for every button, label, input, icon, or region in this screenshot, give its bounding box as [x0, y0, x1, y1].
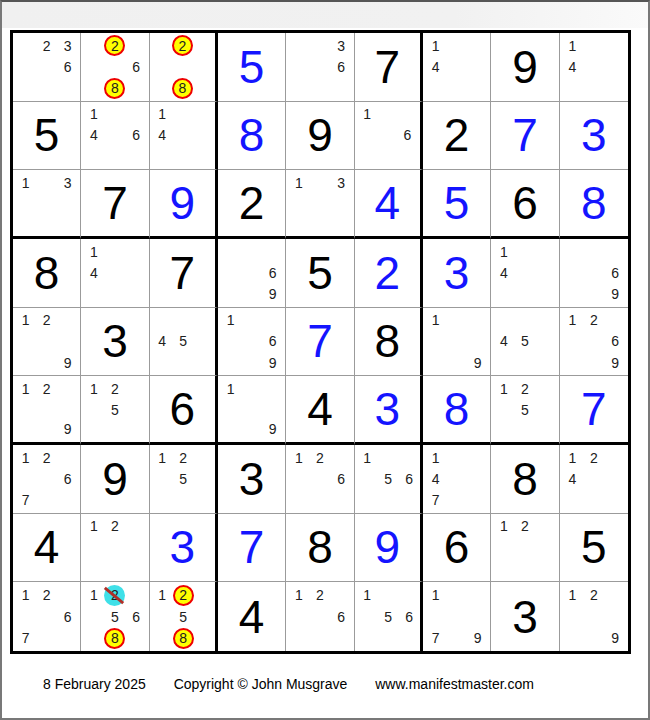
window-top-bar: [2, 2, 648, 28]
candidate-3: 3: [331, 35, 352, 56]
cell-r5c5[interactable]: 7: [286, 308, 354, 377]
candidate-marks: 146: [83, 104, 146, 168]
candidate-marks: 13: [15, 172, 78, 234]
cell-value: 4: [218, 582, 285, 651]
candidate-marks: 14: [425, 35, 488, 99]
candidate-9: 9: [467, 628, 488, 649]
cell-r6c9[interactable]: 7: [560, 376, 628, 445]
cell-r1c8[interactable]: 9: [491, 33, 559, 102]
cell-r2c9[interactable]: 3: [560, 102, 628, 171]
candidate-1: 1: [425, 310, 446, 331]
cell-value: 8: [355, 308, 420, 376]
candidate-marks: 14: [562, 35, 626, 99]
candidate-9: 9: [57, 419, 78, 440]
cell-r3c8[interactable]: 6: [491, 170, 559, 239]
candidate-2: 2: [514, 378, 535, 399]
candidate-1: 1: [152, 585, 173, 606]
candidate-marks: 236: [15, 35, 78, 99]
cell-r9c5[interactable]: 126: [286, 582, 354, 651]
candidate-marks: 16: [357, 104, 418, 168]
candidate-marks: 14: [493, 241, 556, 305]
cell-value: 5: [13, 102, 80, 170]
candidate-1: 1: [220, 378, 241, 399]
cell-r3c3[interactable]: 9: [150, 170, 218, 239]
candidate-9: 9: [467, 352, 488, 373]
candidate-6: 6: [331, 606, 352, 627]
candidate-marks: 147: [425, 447, 488, 511]
candidate-1: 1: [288, 585, 309, 606]
candidate-1: 1: [83, 378, 104, 399]
candidate-marks: 125: [152, 447, 213, 511]
candidate-7: 7: [425, 628, 446, 649]
cell-r6c7[interactable]: 8: [423, 376, 491, 445]
cell-value: 7: [560, 376, 628, 442]
candidate-5: 5: [378, 468, 399, 489]
cell-r9c6[interactable]: 156: [355, 582, 423, 651]
candidate-6: 6: [605, 331, 626, 352]
cell-r2c2[interactable]: 146: [81, 102, 149, 171]
candidate-6: 6: [57, 56, 78, 77]
candidate-6: 6: [57, 606, 78, 627]
candidate-1: 1: [562, 35, 583, 56]
candidate-1: 1: [425, 447, 446, 468]
candidate-1: 1: [15, 585, 36, 606]
cell-r7c3[interactable]: 125: [150, 445, 218, 514]
candidate-marks: 126: [288, 584, 351, 649]
candidate-9: 9: [57, 352, 78, 373]
cell-r4c5[interactable]: 5: [286, 239, 354, 308]
footer: 8 February 2025 Copyright © John Musgrav…: [43, 676, 534, 692]
candidate-2: 2: [36, 35, 57, 56]
candidate-2: 2: [104, 585, 125, 606]
cell-r6c4[interactable]: 19: [218, 376, 286, 445]
cell-value: 5: [218, 33, 285, 101]
cell-value: 7: [286, 308, 353, 376]
candidate-1: 1: [493, 516, 514, 537]
candidate-4: 4: [562, 468, 583, 489]
cell-r8c2[interactable]: 12: [81, 514, 149, 583]
candidate-5: 5: [104, 606, 125, 627]
cell-r9c9[interactable]: 129: [560, 582, 628, 651]
cell-r4c1[interactable]: 8: [13, 239, 81, 308]
candidate-8: 8: [173, 628, 194, 649]
cell-r2c4[interactable]: 8: [218, 102, 286, 171]
candidate-1: 1: [152, 447, 173, 468]
candidate-marks: 69: [220, 241, 283, 305]
candidate-marks: 125: [83, 378, 146, 440]
cell-r1c2[interactable]: 268: [81, 33, 149, 102]
candidate-4: 4: [83, 125, 104, 146]
cell-r8c6[interactable]: 9: [355, 514, 423, 583]
candidate-3: 3: [57, 35, 78, 56]
candidate-1: 1: [83, 104, 104, 125]
cell-value: 2: [423, 102, 490, 170]
cell-r1c4[interactable]: 5: [218, 33, 286, 102]
candidate-marks: 1269: [562, 310, 626, 374]
cell-r6c1[interactable]: 129: [13, 376, 81, 445]
cell-r2c3[interactable]: 14: [150, 102, 218, 171]
cell-r8c7[interactable]: 6: [423, 514, 491, 583]
candidate-9: 9: [262, 284, 283, 305]
cell-r5c3[interactable]: 45: [150, 308, 218, 377]
candidate-3: 3: [57, 172, 78, 193]
cell-r3c9[interactable]: 8: [560, 170, 628, 239]
cell-value: 7: [81, 170, 148, 236]
cell-r6c2[interactable]: 125: [81, 376, 149, 445]
candidate-9: 9: [262, 419, 283, 440]
cell-r1c7[interactable]: 14: [423, 33, 491, 102]
candidate-4: 4: [83, 262, 104, 283]
cell-r5c2[interactable]: 3: [81, 308, 149, 377]
cell-r1c3[interactable]: 28: [150, 33, 218, 102]
cell-r9c4[interactable]: 4: [218, 582, 286, 651]
cell-value: 3: [150, 514, 215, 582]
candidate-1: 1: [357, 104, 378, 125]
cell-r4c7[interactable]: 3: [423, 239, 491, 308]
cell-value: 8: [13, 239, 80, 307]
cell-r8c1[interactable]: 4: [13, 514, 81, 583]
cell-r4c8[interactable]: 14: [491, 239, 559, 308]
candidate-marks: 179: [425, 584, 488, 649]
candidate-2: 2: [173, 585, 194, 606]
cell-r6c8[interactable]: 125: [491, 376, 559, 445]
cell-r2c8[interactable]: 7: [491, 102, 559, 171]
candidate-7: 7: [15, 628, 36, 649]
cell-r8c3[interactable]: 3: [150, 514, 218, 583]
cell-value: 3: [218, 445, 285, 513]
cell-value: 9: [286, 102, 353, 170]
candidate-8: 8: [172, 78, 193, 99]
cell-r5c6[interactable]: 8: [355, 308, 423, 377]
candidate-4: 4: [425, 468, 446, 489]
candidate-marks: 36: [288, 35, 351, 99]
candidate-2: 2: [36, 585, 57, 606]
cell-value: 5: [560, 514, 628, 582]
candidate-marks: 13: [288, 172, 351, 234]
cell-value: 7: [150, 239, 215, 307]
candidate-9: 9: [605, 352, 626, 373]
cell-r4c3[interactable]: 7: [150, 239, 218, 308]
footer-copyright: Copyright © John Musgrave: [174, 676, 348, 692]
candidate-8: 8: [104, 78, 125, 99]
candidate-marks: 156: [357, 447, 418, 511]
cell-r2c7[interactable]: 2: [423, 102, 491, 171]
candidate-5: 5: [173, 331, 194, 352]
candidate-marks: 125: [493, 378, 556, 440]
cell-value: 9: [81, 445, 148, 513]
candidate-1: 1: [425, 35, 446, 56]
cell-value: 6: [150, 376, 215, 442]
cell-r5c8[interactable]: 45: [491, 308, 559, 377]
candidate-1: 1: [357, 585, 378, 606]
candidate-marks: 268: [83, 35, 146, 99]
cell-r1c9[interactable]: 14: [560, 33, 628, 102]
cell-r4c2[interactable]: 14: [81, 239, 149, 308]
cell-r8c5[interactable]: 8: [286, 514, 354, 583]
cell-value: 3: [355, 376, 420, 442]
cell-value: 8: [491, 445, 558, 513]
candidate-2: 2: [309, 585, 330, 606]
footer-website: www.manifestmaster.com: [375, 676, 534, 692]
cell-r9c2[interactable]: 12568: [81, 582, 149, 651]
cell-value: 7: [491, 102, 558, 170]
candidate-5: 5: [514, 331, 535, 352]
candidate-6: 6: [126, 125, 147, 146]
candidate-marks: 45: [152, 310, 213, 374]
candidate-marks: 1267: [15, 584, 78, 649]
candidate-6: 6: [397, 125, 418, 146]
candidate-marks: 169: [220, 310, 283, 374]
cell-r2c5[interactable]: 9: [286, 102, 354, 171]
cell-r2c1[interactable]: 5: [13, 102, 81, 171]
candidate-marks: 45: [493, 310, 556, 374]
cell-value: 3: [423, 239, 490, 307]
candidate-9: 9: [605, 284, 626, 305]
cell-value: 5: [286, 239, 353, 307]
candidate-marks: 28: [152, 35, 213, 99]
candidate-marks: 14: [83, 241, 146, 305]
candidate-6: 6: [126, 56, 147, 77]
candidate-marks: 12: [493, 516, 556, 580]
candidate-2: 2: [36, 447, 57, 468]
candidate-1: 1: [152, 104, 173, 125]
candidate-marks: 19: [220, 378, 283, 440]
candidate-marks: 124: [562, 447, 626, 511]
cell-r3c7[interactable]: 5: [423, 170, 491, 239]
candidate-6: 6: [262, 262, 283, 283]
cell-r2c6[interactable]: 16: [355, 102, 423, 171]
cell-value: 9: [150, 170, 215, 236]
candidate-6: 6: [57, 468, 78, 489]
candidate-marks: 12: [83, 516, 146, 580]
candidate-marks: 126: [288, 447, 351, 511]
candidate-3: 3: [331, 172, 352, 193]
candidate-2: 2: [104, 516, 125, 537]
cell-r7c9[interactable]: 124: [560, 445, 628, 514]
candidate-5: 5: [514, 399, 535, 420]
cell-r1c5[interactable]: 36: [286, 33, 354, 102]
candidate-marks: 12568: [83, 584, 146, 649]
candidate-2: 2: [583, 585, 604, 606]
cell-value: 4: [355, 170, 420, 236]
cell-r7c1[interactable]: 1267: [13, 445, 81, 514]
candidate-marks: 1267: [15, 447, 78, 511]
cell-r6c5[interactable]: 4: [286, 376, 354, 445]
candidate-2: 2: [36, 378, 57, 399]
sudoku-grid: 2362682853671491451461489162731379213456…: [10, 30, 631, 654]
cell-value: 8: [286, 514, 353, 582]
candidate-1: 1: [15, 378, 36, 399]
candidate-marks: 1258: [152, 584, 213, 649]
footer-date: 8 February 2025: [43, 676, 146, 692]
candidate-2: 2: [514, 516, 535, 537]
candidate-1: 1: [562, 447, 583, 468]
cell-value: 2: [355, 239, 420, 307]
cell-value: 3: [81, 308, 148, 376]
cell-r9c7[interactable]: 179: [423, 582, 491, 651]
cell-value: 8: [560, 170, 628, 236]
candidate-6: 6: [262, 331, 283, 352]
cell-value: 6: [423, 514, 490, 582]
candidate-2: 2: [583, 310, 604, 331]
cell-value: 9: [355, 514, 420, 582]
candidate-1: 1: [357, 447, 378, 468]
cell-value: 3: [491, 582, 558, 651]
cell-r7c2[interactable]: 9: [81, 445, 149, 514]
cell-r3c2[interactable]: 7: [81, 170, 149, 239]
cell-value: 2: [218, 170, 285, 236]
candidate-1: 1: [425, 585, 446, 606]
cell-r8c9[interactable]: 5: [560, 514, 628, 583]
cell-r5c9[interactable]: 1269: [560, 308, 628, 377]
cell-r7c7[interactable]: 147: [423, 445, 491, 514]
candidate-6: 6: [399, 606, 420, 627]
cell-r7c8[interactable]: 8: [491, 445, 559, 514]
cell-r5c7[interactable]: 19: [423, 308, 491, 377]
candidate-9: 9: [262, 352, 283, 373]
candidate-7: 7: [15, 490, 36, 511]
candidate-4: 4: [152, 331, 173, 352]
candidate-2: 2: [104, 35, 125, 56]
cell-r3c5[interactable]: 13: [286, 170, 354, 239]
candidate-1: 1: [83, 516, 104, 537]
cell-r9c1[interactable]: 1267: [13, 582, 81, 651]
cell-value: 8: [218, 102, 285, 170]
candidate-1: 1: [83, 241, 104, 262]
candidate-8: 8: [104, 628, 125, 649]
candidate-marks: 69: [562, 241, 626, 305]
cell-r6c3[interactable]: 6: [150, 376, 218, 445]
candidate-4: 4: [493, 331, 514, 352]
candidate-1: 1: [493, 241, 514, 262]
cell-r5c4[interactable]: 169: [218, 308, 286, 377]
cell-r5c1[interactable]: 129: [13, 308, 81, 377]
cell-r7c6[interactable]: 156: [355, 445, 423, 514]
candidate-5: 5: [378, 606, 399, 627]
candidate-4: 4: [425, 56, 446, 77]
candidate-4: 4: [493, 262, 514, 283]
candidate-1: 1: [562, 310, 583, 331]
candidate-1: 1: [15, 447, 36, 468]
candidate-marks: 129: [15, 378, 78, 440]
cell-r1c6[interactable]: 7: [355, 33, 423, 102]
candidate-2: 2: [583, 447, 604, 468]
cell-r3c6[interactable]: 4: [355, 170, 423, 239]
candidate-2: 2: [173, 447, 194, 468]
candidate-7: 7: [425, 490, 446, 511]
candidate-1: 1: [288, 172, 309, 193]
cell-value: 6: [491, 170, 558, 236]
cell-r1c1[interactable]: 236: [13, 33, 81, 102]
candidate-1: 1: [83, 585, 104, 606]
cell-r7c5[interactable]: 126: [286, 445, 354, 514]
cell-r8c4[interactable]: 7: [218, 514, 286, 583]
cell-r3c1[interactable]: 13: [13, 170, 81, 239]
cell-r9c8[interactable]: 3: [491, 582, 559, 651]
candidate-1: 1: [15, 310, 36, 331]
candidate-4: 4: [152, 125, 173, 146]
candidate-6: 6: [331, 56, 352, 77]
cell-value: 9: [491, 33, 558, 101]
candidate-1: 1: [220, 310, 241, 331]
candidate-6: 6: [126, 606, 147, 627]
candidate-6: 6: [331, 468, 352, 489]
cell-r4c6[interactable]: 2: [355, 239, 423, 308]
candidate-1: 1: [493, 378, 514, 399]
candidate-6: 6: [605, 262, 626, 283]
cell-value: 7: [218, 514, 285, 582]
candidate-4: 4: [562, 56, 583, 77]
candidate-2: 2: [172, 35, 193, 56]
candidate-9: 9: [605, 628, 626, 649]
candidate-marks: 129: [562, 584, 626, 649]
candidate-5: 5: [173, 468, 194, 489]
cell-r9c3[interactable]: 1258: [150, 582, 218, 651]
candidate-2: 2: [104, 378, 125, 399]
candidate-1: 1: [288, 447, 309, 468]
cell-r4c9[interactable]: 69: [560, 239, 628, 308]
candidate-marks: 129: [15, 310, 78, 374]
cell-value: 8: [423, 376, 490, 442]
cell-r3c4[interactable]: 2: [218, 170, 286, 239]
candidate-marks: 14: [152, 104, 213, 168]
cell-value: 4: [13, 514, 80, 582]
candidate-2: 2: [309, 447, 330, 468]
candidate-marks: 19: [425, 310, 488, 374]
cell-r6c6[interactable]: 3: [355, 376, 423, 445]
cell-value: 5: [423, 170, 490, 236]
candidate-1: 1: [15, 172, 36, 193]
candidate-5: 5: [104, 399, 125, 420]
candidate-6: 6: [399, 468, 420, 489]
candidate-2: 2: [36, 310, 57, 331]
cell-r8c8[interactable]: 12: [491, 514, 559, 583]
cell-r7c4[interactable]: 3: [218, 445, 286, 514]
candidate-5: 5: [173, 606, 194, 627]
candidate-marks: 156: [357, 584, 418, 649]
cell-value: 7: [355, 33, 420, 101]
candidate-1: 1: [562, 585, 583, 606]
cell-value: 4: [286, 376, 353, 442]
cell-r4c4[interactable]: 69: [218, 239, 286, 308]
cell-value: 3: [560, 102, 628, 170]
